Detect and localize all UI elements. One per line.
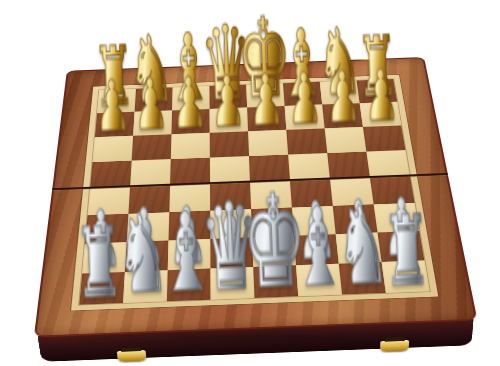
square-g5 [327, 152, 370, 179]
square-d7: ♟ [210, 107, 248, 132]
black-pawn: ♟ [209, 66, 246, 136]
square-c6 [171, 133, 210, 159]
square-e7: ♟ [247, 106, 286, 131]
black-pawn: ♟ [132, 69, 169, 139]
photo-tilt-wrapper: ♜♞♝♛♚♝♞♜♟♟♟♟♟♟♟♟♟♟♟♟♟♟♟♟♜♞♝♛♚♝♞♜ [0, 0, 500, 366]
black-rook: ♜ [92, 35, 136, 118]
square-b8: ♞ [135, 87, 173, 111]
square-e6 [248, 130, 288, 156]
square-e8: ♚ [246, 83, 284, 107]
board-top-face: ♜♞♝♛♚♝♞♜♟♟♟♟♟♟♟♟♟♟♟♟♟♟♟♟♜♞♝♛♚♝♞♜ [34, 57, 478, 337]
square-c7: ♟ [171, 109, 209, 134]
square-c8: ♝ [172, 86, 210, 110]
black-pawn: ♟ [248, 64, 285, 134]
square-g1: ♞ [339, 262, 386, 295]
black-rook: ♜ [356, 25, 400, 108]
square-b7: ♟ [133, 110, 172, 135]
square-f8: ♝ [283, 82, 322, 106]
square-h7: ♟ [360, 102, 402, 127]
black-queen: ♛ [199, 11, 254, 115]
square-g6 [325, 127, 367, 153]
black-bishop: ♝ [165, 22, 214, 115]
drop-shadow [75, 330, 425, 346]
white-king: ♚ [240, 177, 308, 306]
black-pawn: ♟ [363, 60, 400, 130]
black-knight: ♞ [315, 16, 364, 109]
square-a6 [93, 136, 134, 162]
square-a5 [90, 161, 132, 189]
black-pawn: ♟ [171, 67, 208, 137]
square-b5 [130, 159, 171, 186]
square-d8: ♛ [210, 85, 248, 109]
black-pawn: ♟ [324, 61, 361, 131]
square-a7: ♟ [95, 112, 135, 137]
chess-box: ♜♞♝♛♚♝♞♜♟♟♟♟♟♟♟♟♟♟♟♟♟♟♟♟♜♞♝♛♚♝♞♜ [45, 0, 456, 366]
square-f7: ♟ [285, 105, 325, 130]
brass-clasp-left [117, 350, 147, 362]
perspective-scene: ♜♞♝♛♚♝♞♜♟♟♟♟♟♟♟♟♟♟♟♟♟♟♟♟♜♞♝♛♚♝♞♜ [0, 0, 500, 366]
board-grid: ♜♞♝♛♚♝♞♜♟♟♟♟♟♟♟♟♟♟♟♟♟♟♟♟♜♞♝♛♚♝♞♜ [79, 79, 429, 305]
black-pawn: ♟ [94, 70, 131, 140]
black-pawn: ♟ [286, 63, 323, 133]
square-b6 [132, 134, 172, 160]
square-h6 [363, 125, 406, 151]
square-h8: ♜ [357, 79, 398, 103]
white-knight: ♞ [334, 192, 391, 301]
square-h5 [366, 150, 410, 177]
square-f6 [286, 128, 327, 154]
square-a8: ♜ [97, 89, 136, 113]
product-photo: ♜♞♝♛♚♝♞♜♟♟♟♟♟♟♟♟♟♟♟♟♟♟♟♟♜♞♝♛♚♝♞♜ [0, 0, 500, 366]
black-knight: ♞ [127, 23, 176, 116]
square-d6 [210, 131, 249, 157]
carry-handle-icon [345, 59, 379, 74]
square-e1: ♚ [253, 265, 298, 298]
black-bishop: ♝ [278, 18, 327, 111]
black-king: ♚ [235, 3, 293, 114]
square-g8: ♞ [320, 80, 360, 104]
square-g7: ♟ [322, 103, 363, 128]
